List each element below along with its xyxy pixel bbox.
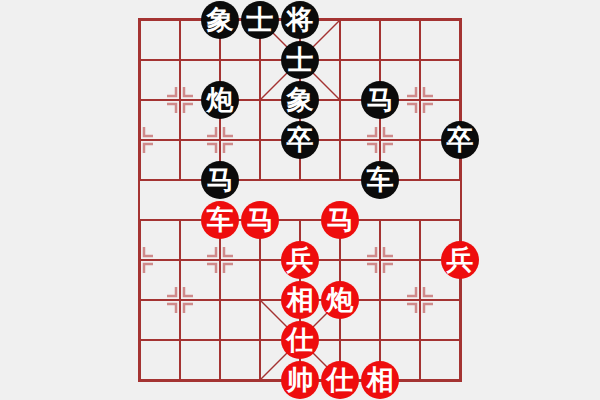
piece-black-elephant[interactable]: 象 (201, 1, 239, 39)
piece-black-soldier[interactable]: 卒 (441, 121, 479, 159)
piece-black-general[interactable]: 将 (281, 1, 319, 39)
piece-red-chariot[interactable]: 车 (201, 201, 239, 239)
piece-red-advisor[interactable]: 仕 (281, 321, 319, 359)
piece-red-elephant[interactable]: 相 (281, 281, 319, 319)
piece-red-cannon[interactable]: 炮 (321, 281, 359, 319)
piece-red-horse[interactable]: 马 (241, 201, 279, 239)
piece-red-soldier[interactable]: 兵 (281, 241, 319, 279)
piece-black-elephant[interactable]: 象 (281, 81, 319, 119)
piece-black-cannon[interactable]: 炮 (201, 81, 239, 119)
piece-black-advisor[interactable]: 士 (241, 1, 279, 39)
piece-red-elephant[interactable]: 相 (361, 361, 399, 399)
piece-red-horse[interactable]: 马 (321, 201, 359, 239)
piece-black-chariot[interactable]: 车 (361, 161, 399, 199)
piece-red-general[interactable]: 帅 (281, 361, 319, 399)
piece-black-advisor[interactable]: 士 (281, 41, 319, 79)
piece-red-soldier[interactable]: 兵 (441, 241, 479, 279)
piece-red-advisor[interactable]: 仕 (321, 361, 359, 399)
pieces-layer: 象士将士炮象马卒卒马车车马马兵兵相炮仕帅仕相 (140, 20, 460, 380)
piece-black-soldier[interactable]: 卒 (281, 121, 319, 159)
piece-black-horse[interactable]: 马 (361, 81, 399, 119)
xiangqi-board: 象士将士炮象马卒卒马车车马马兵兵相炮仕帅仕相 (138, 18, 462, 382)
piece-black-horse[interactable]: 马 (201, 161, 239, 199)
